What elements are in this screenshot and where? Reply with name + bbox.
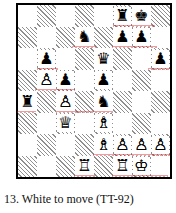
square-e2: ♗ xyxy=(94,134,113,156)
square-f1: ♖ xyxy=(113,156,132,178)
square-b4 xyxy=(37,91,56,113)
black-pawn-icon: ♟ xyxy=(152,50,169,68)
square-f2: ♙ xyxy=(113,134,132,156)
square-a7 xyxy=(18,27,37,49)
square-c4: ♙ xyxy=(56,91,75,113)
square-b8 xyxy=(37,5,56,27)
white-pawn-icon: ♙ xyxy=(57,93,74,111)
black-queen-icon: ♛ xyxy=(95,50,112,68)
square-h8 xyxy=(151,5,170,27)
square-d3 xyxy=(75,113,94,135)
square-d4 xyxy=(75,91,94,113)
square-f5 xyxy=(113,70,132,92)
square-h7 xyxy=(151,27,170,49)
square-g4 xyxy=(132,91,151,113)
square-g3 xyxy=(132,113,151,135)
square-f3 xyxy=(113,113,132,135)
square-a5 xyxy=(18,70,37,92)
square-e4: ♞ xyxy=(94,91,113,113)
square-d7: ♞ xyxy=(75,27,94,49)
square-a2 xyxy=(18,134,37,156)
square-g8: ♚ xyxy=(132,5,151,27)
square-f4 xyxy=(113,91,132,113)
square-g2: ♙ xyxy=(132,134,151,156)
square-c7 xyxy=(56,27,75,49)
square-d2 xyxy=(75,134,94,156)
square-e1 xyxy=(94,156,113,178)
white-pawn-icon: ♙ xyxy=(152,136,169,154)
square-h6: ♟ xyxy=(151,48,170,70)
square-b3 xyxy=(37,113,56,135)
square-h1 xyxy=(151,156,170,178)
square-g1: ♔ xyxy=(132,156,151,178)
white-queen-icon: ♕ xyxy=(57,114,74,132)
black-rook-icon: ♜ xyxy=(114,7,131,25)
square-f7: ♟ xyxy=(113,27,132,49)
square-e8 xyxy=(94,5,113,27)
square-h3 xyxy=(151,113,170,135)
square-d8 xyxy=(75,5,94,27)
square-c1 xyxy=(56,156,75,178)
black-pawn-icon: ♟ xyxy=(114,28,131,46)
square-e6: ♛ xyxy=(94,48,113,70)
square-g6 xyxy=(132,48,151,70)
square-a8 xyxy=(18,5,37,27)
square-c6 xyxy=(56,48,75,70)
black-pawn-icon: ♟ xyxy=(57,71,74,89)
square-h4 xyxy=(151,91,170,113)
white-pawn-icon: ♙ xyxy=(38,71,55,89)
white-rook-icon: ♖ xyxy=(114,157,131,175)
square-d5 xyxy=(75,70,94,92)
square-c5: ♟ xyxy=(56,70,75,92)
square-a3 xyxy=(18,113,37,135)
square-b1 xyxy=(37,156,56,178)
square-c3: ♕ xyxy=(56,113,75,135)
square-b2 xyxy=(37,134,56,156)
square-b7 xyxy=(37,27,56,49)
square-b5: ♙ xyxy=(37,70,56,92)
square-g5 xyxy=(132,70,151,92)
square-a4: ♜ xyxy=(18,91,37,113)
diagram-caption: 13. White to move (TT-92) xyxy=(4,192,134,207)
black-knight-icon: ♞ xyxy=(95,93,112,111)
square-c8 xyxy=(56,5,75,27)
black-king-icon: ♚ xyxy=(133,7,150,25)
black-pawn-icon: ♟ xyxy=(95,71,112,89)
white-bishop-icon: ♗ xyxy=(95,136,112,154)
chess-board: ♜♚♞♟♟♟♛♟♙♟♟♜♙♞♕♗♗♙♙♙♖♖♔ xyxy=(16,3,172,179)
square-g7: ♟ xyxy=(132,27,151,49)
square-h5 xyxy=(151,70,170,92)
square-e7 xyxy=(94,27,113,49)
square-a6 xyxy=(18,48,37,70)
white-rook-icon: ♖ xyxy=(76,157,93,175)
square-f8: ♜ xyxy=(113,5,132,27)
square-e5: ♟ xyxy=(94,70,113,92)
black-knight-icon: ♞ xyxy=(76,28,93,46)
square-f6 xyxy=(113,48,132,70)
square-d6 xyxy=(75,48,94,70)
square-a1 xyxy=(18,156,37,178)
white-pawn-icon: ♙ xyxy=(133,136,150,154)
square-d1: ♖ xyxy=(75,156,94,178)
black-pawn-icon: ♟ xyxy=(133,28,150,46)
square-b6: ♟ xyxy=(37,48,56,70)
white-bishop-icon: ♗ xyxy=(95,114,112,132)
black-rook-icon: ♜ xyxy=(19,93,36,111)
square-h2: ♙ xyxy=(151,134,170,156)
white-king-icon: ♔ xyxy=(133,157,150,175)
chess-board-grid: ♜♚♞♟♟♟♛♟♙♟♟♜♙♞♕♗♗♙♙♙♖♖♔ xyxy=(18,5,170,177)
white-pawn-icon: ♙ xyxy=(114,136,131,154)
square-c2 xyxy=(56,134,75,156)
black-pawn-icon: ♟ xyxy=(38,50,55,68)
square-e3: ♗ xyxy=(94,113,113,135)
